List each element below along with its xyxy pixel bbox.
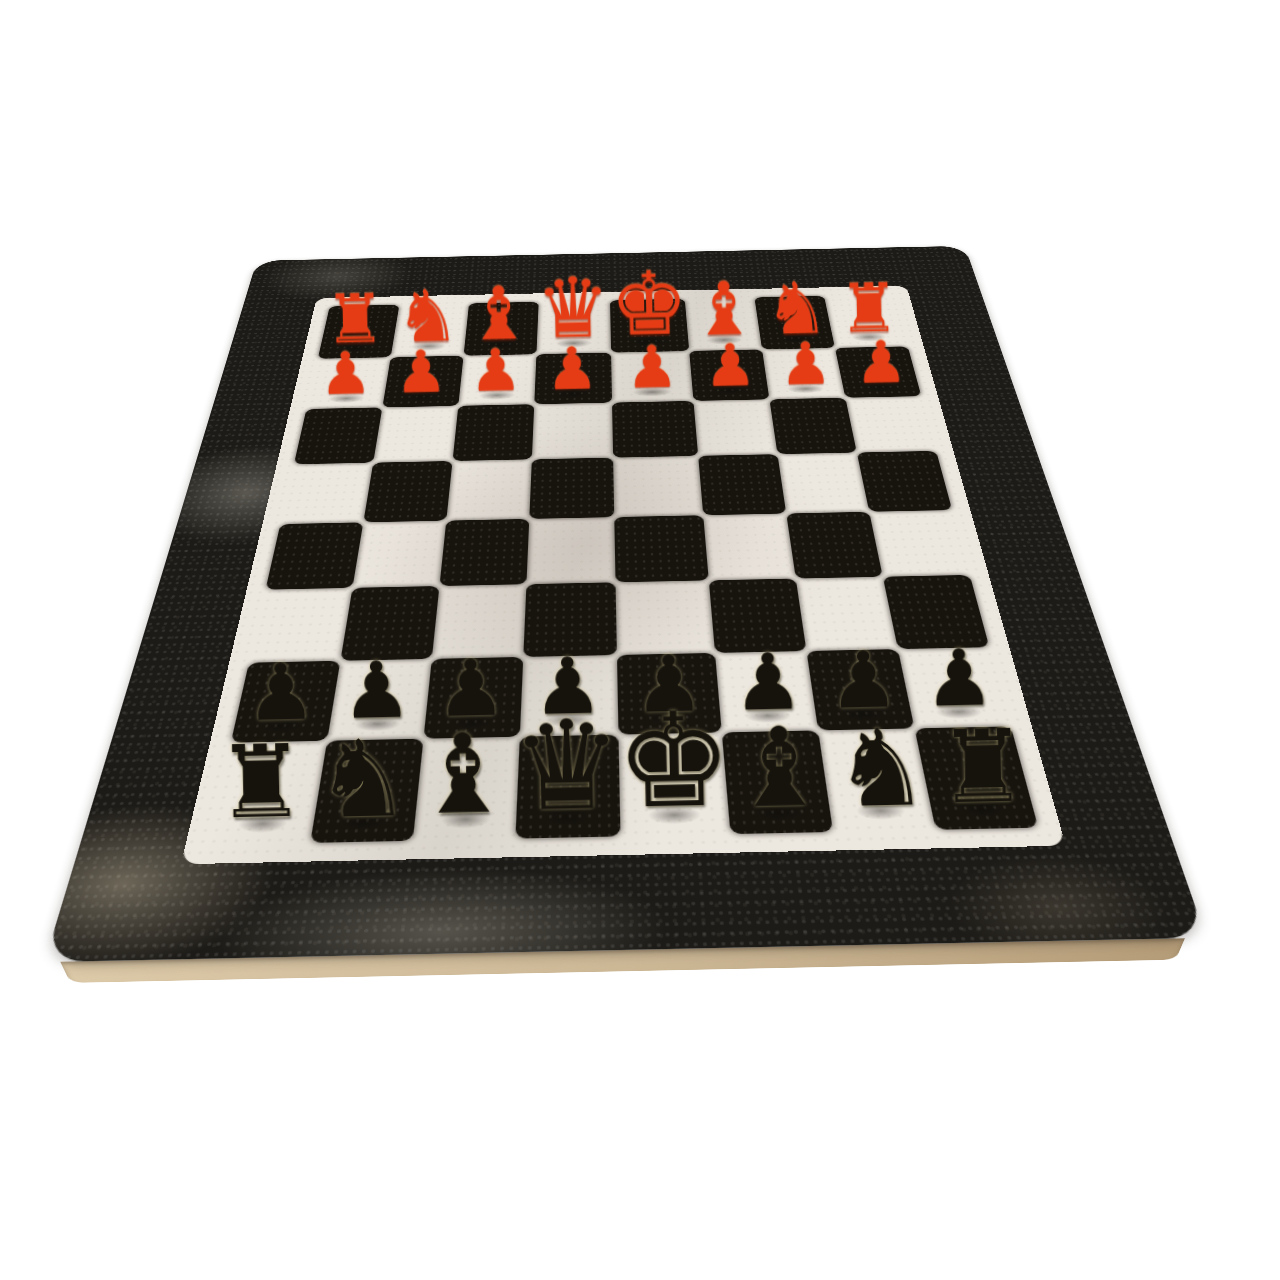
square-r2c1-light <box>373 406 458 462</box>
square-r1c0-light: ♟ <box>306 357 390 409</box>
square-r7c7-dark: ♜ <box>915 726 1039 829</box>
piece-black-queen: ♛ <box>510 709 623 825</box>
piece-black-king: ♚ <box>614 700 733 822</box>
photo-canvas: ♜♞♝♛♚♝♞♜♟♟♟♟♟♟♟♟♟♟♟♟♟♟♟♟♜♞♝♛♚♝♞♜ <box>0 0 1280 1280</box>
piece-black-bishop: ♝ <box>414 724 514 826</box>
piece-red-pawn: ♟ <box>469 343 522 398</box>
square-r3c1-dark <box>363 461 452 523</box>
square-r1c1-dark: ♟ <box>382 356 463 408</box>
square-r2c7-light <box>846 396 937 452</box>
square-r7c1-dark: ♞ <box>310 739 423 843</box>
square-r4c5-light <box>704 513 796 580</box>
square-r4c4-dark <box>614 515 709 582</box>
piece-black-pawn: ♟ <box>245 657 317 730</box>
square-r3c5-dark <box>699 454 787 515</box>
piece-black-pawn: ♟ <box>923 642 995 715</box>
board-field: ♜♞♝♛♚♝♞♜♟♟♟♟♟♟♟♟♟♟♟♟♟♟♟♟♜♞♝♛♚♝♞♜ <box>181 286 1066 865</box>
square-r2c4-dark <box>612 401 699 457</box>
square-r1c2-light: ♟ <box>458 354 536 406</box>
square-r4c7-light <box>869 510 969 577</box>
board-grid: ♜♞♝♛♚♝♞♜♟♟♟♟♟♟♟♟♟♟♟♟♟♟♟♟♜♞♝♛♚♝♞♜ <box>208 294 1039 845</box>
piece-black-knight: ♞ <box>832 718 930 818</box>
square-r7c0-light: ♜ <box>208 741 327 845</box>
square-r2c6-dark <box>770 398 857 454</box>
square-r2c2-dark <box>452 404 534 460</box>
piece-black-bishop: ♝ <box>730 717 830 819</box>
square-r3c6-light <box>778 452 870 513</box>
piece-red-pawn: ♟ <box>394 345 447 400</box>
square-r2c0-dark <box>294 408 382 464</box>
square-r3c2-light <box>446 459 531 521</box>
piece-red-pawn: ♟ <box>625 340 678 395</box>
piece-red-pawn: ♟ <box>704 338 757 393</box>
square-r4c2-dark <box>439 519 529 586</box>
square-r3c7-dark <box>857 451 952 512</box>
square-r1c7-dark: ♟ <box>835 346 921 398</box>
square-r4c3-light <box>526 517 615 584</box>
piece-red-pawn: ♟ <box>546 342 599 397</box>
square-r2c3-light <box>531 403 612 459</box>
square-r1c5-dark: ♟ <box>690 349 770 401</box>
square-r4c6-dark <box>786 512 882 579</box>
photo-scene: ♜♞♝♛♚♝♞♜♟♟♟♟♟♟♟♟♟♟♟♟♟♟♟♟♜♞♝♛♚♝♞♜ <box>0 0 1280 1280</box>
square-r7c2-light: ♝ <box>412 737 519 841</box>
square-r2c5-light <box>694 399 778 455</box>
piece-red-pawn: ♟ <box>854 335 907 390</box>
piece-black-rook: ♜ <box>937 722 1029 816</box>
chess-board: ♜♞♝♛♚♝♞♜♟♟♟♟♟♟♟♟♟♟♟♟♟♟♟♟♜♞♝♛♚♝♞♜ <box>44 246 1206 962</box>
square-r3c3-dark <box>529 457 614 518</box>
square-r3c0-light <box>280 462 373 524</box>
square-r7c3-dark: ♛ <box>515 735 620 839</box>
piece-black-knight: ♞ <box>313 729 411 829</box>
piece-red-pawn: ♟ <box>779 337 832 392</box>
square-r4c0-dark <box>265 522 363 590</box>
square-r1c3-dark: ♟ <box>534 353 612 405</box>
piece-red-pawn: ♟ <box>319 346 372 401</box>
square-r1c4-light: ♟ <box>611 351 694 403</box>
piece-black-rook: ♜ <box>215 737 307 831</box>
square-r4c1-light <box>352 521 446 588</box>
square-r1c6-light: ♟ <box>762 348 845 400</box>
square-r7c5-dark: ♝ <box>722 730 833 834</box>
square-r7c4-light: ♚ <box>618 732 731 836</box>
square-r7c6-light: ♞ <box>818 728 935 832</box>
square-r3c4-light <box>613 456 704 517</box>
board-frame: ♜♞♝♛♚♝♞♜♟♟♟♟♟♟♟♟♟♟♟♟♟♟♟♟♜♞♝♛♚♝♞♜ <box>44 246 1206 962</box>
